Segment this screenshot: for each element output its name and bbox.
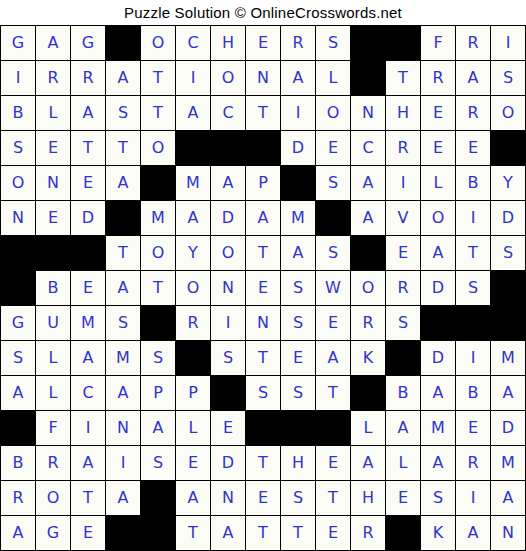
letter-cell: A xyxy=(351,166,386,201)
block-cell xyxy=(176,341,211,376)
letter-cell: O xyxy=(491,96,526,131)
letter-cell: I xyxy=(456,481,491,516)
letter-cell: H xyxy=(386,96,421,131)
letter-cell: A xyxy=(281,236,316,271)
letter-cell: E xyxy=(36,131,71,166)
letter-cell: N xyxy=(211,271,246,306)
letter-cell: L xyxy=(36,96,71,131)
letter-cell: D xyxy=(71,201,106,236)
letter-cell: L xyxy=(176,411,211,446)
puzzle-solution-page: Puzzle Solution © OnlineCrosswords.net G… xyxy=(0,0,526,551)
letter-cell: T xyxy=(246,96,281,131)
letter-cell: A xyxy=(141,411,176,446)
letter-cell: S xyxy=(1,131,36,166)
letter-cell: S xyxy=(421,481,456,516)
block-cell xyxy=(246,131,281,166)
letter-cell: G xyxy=(71,26,106,61)
block-cell xyxy=(491,271,526,306)
block-cell xyxy=(281,166,316,201)
block-cell xyxy=(386,341,421,376)
letter-cell: S xyxy=(246,376,281,411)
letter-cell: S xyxy=(1,341,36,376)
letter-cell: E xyxy=(246,26,281,61)
letter-cell: Y xyxy=(176,236,211,271)
block-cell xyxy=(141,481,176,516)
letter-cell: D xyxy=(281,131,316,166)
block-cell xyxy=(211,376,246,411)
letter-cell: T xyxy=(71,131,106,166)
letter-cell: E xyxy=(386,236,421,271)
block-cell xyxy=(316,411,351,446)
letter-cell: S xyxy=(316,26,351,61)
letter-cell: G xyxy=(1,306,36,341)
letter-cell: I xyxy=(281,96,316,131)
letter-cell: S xyxy=(316,236,351,271)
letter-cell: N xyxy=(491,516,526,551)
letter-cell: S xyxy=(281,481,316,516)
letter-cell: M xyxy=(491,341,526,376)
letter-cell: A xyxy=(36,26,71,61)
letter-cell: T xyxy=(246,341,281,376)
letter-cell: L xyxy=(421,166,456,201)
letter-cell: S xyxy=(211,341,246,376)
letter-cell: A xyxy=(351,201,386,236)
letter-cell: N xyxy=(211,481,246,516)
letter-cell: A xyxy=(281,61,316,96)
letter-cell: T xyxy=(316,481,351,516)
letter-cell: T xyxy=(106,131,141,166)
block-cell xyxy=(351,236,386,271)
crossword-grid: GAGOCHERSFRIIRRATIONALTRASBLASTACTIONHER… xyxy=(0,25,526,551)
letter-cell: A xyxy=(211,516,246,551)
letter-cell: O xyxy=(351,271,386,306)
letter-cell: E xyxy=(71,516,106,551)
letter-cell: O xyxy=(36,481,71,516)
letter-cell: C xyxy=(71,376,106,411)
letter-cell: R xyxy=(71,61,106,96)
letter-cell: K xyxy=(421,516,456,551)
letter-cell: A xyxy=(106,61,141,96)
letter-cell: T xyxy=(246,236,281,271)
letter-cell: V xyxy=(386,201,421,236)
letter-cell: I xyxy=(456,201,491,236)
letter-cell: T xyxy=(281,516,316,551)
letter-cell: T xyxy=(386,61,421,96)
block-cell xyxy=(316,201,351,236)
letter-cell: N xyxy=(1,201,36,236)
block-cell xyxy=(1,411,36,446)
letter-cell: A xyxy=(316,341,351,376)
letter-cell: R xyxy=(386,131,421,166)
letter-cell: S xyxy=(316,166,351,201)
letter-cell: O xyxy=(316,96,351,131)
block-cell xyxy=(386,26,421,61)
letter-cell: E xyxy=(71,166,106,201)
letter-cell: R xyxy=(36,61,71,96)
letter-cell: O xyxy=(176,271,211,306)
letter-cell: R xyxy=(351,516,386,551)
block-cell xyxy=(491,306,526,341)
letter-cell: A xyxy=(421,236,456,271)
block-cell xyxy=(246,411,281,446)
letter-cell: U xyxy=(36,306,71,341)
letter-cell: C xyxy=(211,96,246,131)
block-cell xyxy=(106,201,141,236)
letter-cell: A xyxy=(211,166,246,201)
block-cell xyxy=(1,271,36,306)
letter-cell: E xyxy=(456,411,491,446)
letter-cell: E xyxy=(246,481,281,516)
letter-cell: R xyxy=(281,26,316,61)
letter-cell: I xyxy=(176,61,211,96)
letter-cell: M xyxy=(281,201,316,236)
letter-cell: B xyxy=(386,376,421,411)
letter-cell: E xyxy=(211,411,246,446)
letter-cell: S xyxy=(141,341,176,376)
letter-cell: F xyxy=(36,411,71,446)
letter-cell: A xyxy=(176,96,211,131)
letter-cell: A xyxy=(106,166,141,201)
block-cell xyxy=(141,306,176,341)
block-cell xyxy=(141,166,176,201)
letter-cell: S xyxy=(491,61,526,96)
letter-cell: M xyxy=(71,306,106,341)
letter-cell: E xyxy=(246,271,281,306)
letter-cell: L xyxy=(351,411,386,446)
letter-cell: A xyxy=(71,341,106,376)
letter-cell: N xyxy=(246,306,281,341)
letter-cell: O xyxy=(1,166,36,201)
letter-cell: I xyxy=(106,446,141,481)
letter-cell: N xyxy=(36,166,71,201)
letter-cell: K xyxy=(351,341,386,376)
block-cell xyxy=(491,131,526,166)
block-cell xyxy=(71,236,106,271)
letter-cell: P xyxy=(176,376,211,411)
letter-cell: R xyxy=(36,446,71,481)
letter-cell: R xyxy=(456,26,491,61)
letter-cell: S xyxy=(281,376,316,411)
letter-cell: A xyxy=(246,201,281,236)
letter-cell: I xyxy=(211,306,246,341)
letter-cell: A xyxy=(1,376,36,411)
letter-cell: B xyxy=(1,446,36,481)
page-title: Puzzle Solution © OnlineCrosswords.net xyxy=(0,0,526,25)
letter-cell: M xyxy=(491,446,526,481)
letter-cell: O xyxy=(141,26,176,61)
letter-cell: A xyxy=(106,271,141,306)
letter-cell: N xyxy=(246,61,281,96)
letter-cell: E xyxy=(316,131,351,166)
letter-cell: B xyxy=(456,376,491,411)
block-cell xyxy=(1,236,36,271)
letter-cell: F xyxy=(421,26,456,61)
letter-cell: T xyxy=(246,446,281,481)
block-cell xyxy=(351,376,386,411)
letter-cell: I xyxy=(386,166,421,201)
letter-cell: L xyxy=(316,61,351,96)
letter-cell: W xyxy=(316,271,351,306)
letter-cell: P xyxy=(141,376,176,411)
letter-cell: R xyxy=(351,306,386,341)
letter-cell: B xyxy=(36,271,71,306)
letter-cell: O xyxy=(211,61,246,96)
letter-cell: M xyxy=(141,201,176,236)
letter-cell: L xyxy=(36,341,71,376)
letter-cell: M xyxy=(176,166,211,201)
letter-cell: I xyxy=(456,341,491,376)
letter-cell: B xyxy=(456,166,491,201)
letter-cell: L xyxy=(386,446,421,481)
letter-cell: S xyxy=(281,271,316,306)
letter-cell: A xyxy=(106,481,141,516)
letter-cell: B xyxy=(1,96,36,131)
letter-cell: A xyxy=(106,376,141,411)
letter-cell: E xyxy=(456,131,491,166)
block-cell xyxy=(36,236,71,271)
block-cell xyxy=(141,516,176,551)
letter-cell: T xyxy=(456,236,491,271)
letter-cell: O xyxy=(211,236,246,271)
letter-cell: P xyxy=(246,166,281,201)
letter-cell: D xyxy=(211,201,246,236)
letter-cell: H xyxy=(351,481,386,516)
letter-cell: E xyxy=(281,341,316,376)
block-cell xyxy=(421,306,456,341)
letter-cell: A xyxy=(421,376,456,411)
letter-cell: E xyxy=(386,481,421,516)
letter-cell: A xyxy=(71,96,106,131)
letter-cell: Y xyxy=(491,166,526,201)
letter-cell: S xyxy=(491,236,526,271)
letter-cell: T xyxy=(141,271,176,306)
block-cell xyxy=(456,306,491,341)
block-cell xyxy=(351,61,386,96)
letter-cell: O xyxy=(141,131,176,166)
letter-cell: A xyxy=(176,481,211,516)
letter-cell: E xyxy=(316,516,351,551)
letter-cell: S xyxy=(281,306,316,341)
letter-cell: T xyxy=(106,236,141,271)
block-cell xyxy=(386,516,421,551)
letter-cell: R xyxy=(421,61,456,96)
letter-cell: D xyxy=(421,341,456,376)
letter-cell: M xyxy=(106,341,141,376)
letter-cell: E xyxy=(71,271,106,306)
letter-cell: T xyxy=(71,481,106,516)
letter-cell: M xyxy=(421,411,456,446)
block-cell xyxy=(106,26,141,61)
letter-cell: I xyxy=(71,411,106,446)
block-cell xyxy=(106,516,141,551)
letter-cell: A xyxy=(386,411,421,446)
letter-cell: E xyxy=(176,446,211,481)
letter-cell: A xyxy=(1,516,36,551)
letter-cell: D xyxy=(211,446,246,481)
letter-cell: N xyxy=(106,411,141,446)
block-cell xyxy=(351,26,386,61)
letter-cell: A xyxy=(421,446,456,481)
letter-cell: H xyxy=(281,446,316,481)
letter-cell: E xyxy=(316,446,351,481)
letter-cell: A xyxy=(491,376,526,411)
block-cell xyxy=(211,131,246,166)
letter-cell: E xyxy=(316,306,351,341)
letter-cell: A xyxy=(71,446,106,481)
letter-cell: S xyxy=(141,446,176,481)
block-cell xyxy=(281,411,316,446)
letter-cell: O xyxy=(141,236,176,271)
letter-cell: I xyxy=(491,26,526,61)
letter-cell: A xyxy=(176,201,211,236)
block-cell xyxy=(176,131,211,166)
letter-cell: G xyxy=(36,516,71,551)
letter-cell: D xyxy=(421,271,456,306)
letter-cell: D xyxy=(491,201,526,236)
letter-cell: S xyxy=(106,96,141,131)
letter-cell: C xyxy=(176,26,211,61)
letter-cell: H xyxy=(211,26,246,61)
letter-cell: S xyxy=(456,271,491,306)
letter-cell: D xyxy=(491,411,526,446)
letter-cell: G xyxy=(1,26,36,61)
letter-cell: N xyxy=(351,96,386,131)
letter-cell: E xyxy=(36,201,71,236)
letter-cell: R xyxy=(456,96,491,131)
letter-cell: T xyxy=(141,61,176,96)
letter-cell: E xyxy=(421,96,456,131)
letter-cell: S xyxy=(386,306,421,341)
letter-cell: O xyxy=(421,201,456,236)
letter-cell: A xyxy=(456,516,491,551)
letter-cell: R xyxy=(176,306,211,341)
letter-cell: L xyxy=(36,376,71,411)
letter-cell: T xyxy=(246,516,281,551)
letter-cell: S xyxy=(106,306,141,341)
letter-cell: R xyxy=(1,481,36,516)
letter-cell: A xyxy=(456,61,491,96)
letter-cell: R xyxy=(456,446,491,481)
letter-cell: I xyxy=(1,61,36,96)
letter-cell: A xyxy=(491,481,526,516)
letter-cell: R xyxy=(386,271,421,306)
letter-cell: T xyxy=(141,96,176,131)
letter-cell: T xyxy=(176,516,211,551)
letter-cell: E xyxy=(421,131,456,166)
letter-cell: C xyxy=(351,131,386,166)
letter-cell: T xyxy=(316,376,351,411)
letter-cell: A xyxy=(351,446,386,481)
